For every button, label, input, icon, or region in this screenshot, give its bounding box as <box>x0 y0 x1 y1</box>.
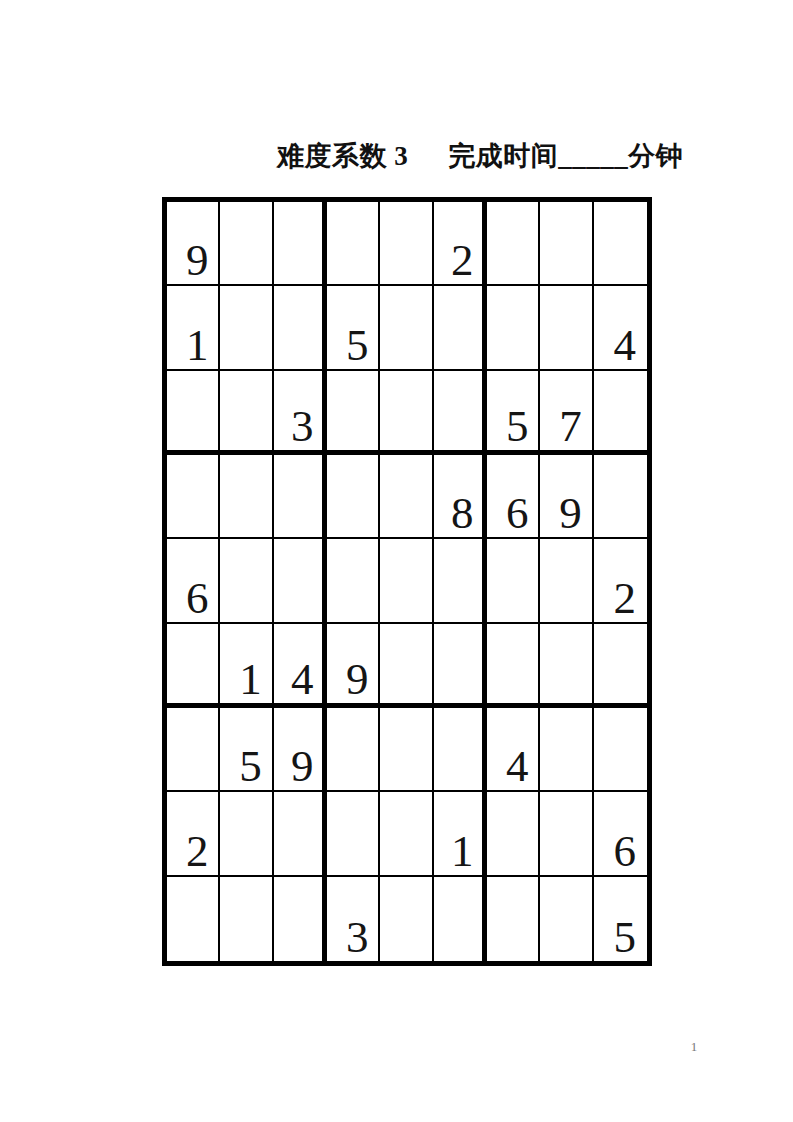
cell-r4c4[interactable] <box>327 455 380 539</box>
cell-r2c8[interactable] <box>540 286 593 370</box>
sudoku-grid: 921543578696214959421635 <box>162 197 652 966</box>
cell-r6c1[interactable] <box>167 624 220 708</box>
cell-r6c2: 1 <box>220 624 273 708</box>
page-number: 1 <box>687 1039 701 1055</box>
cell-r9c7[interactable] <box>487 877 540 961</box>
cell-r2c1: 1 <box>167 286 220 370</box>
cell-r9c2[interactable] <box>220 877 273 961</box>
cell-r1c4[interactable] <box>327 202 380 286</box>
cell-r7c2: 5 <box>220 708 273 792</box>
cell-r3c5[interactable] <box>380 371 433 455</box>
cell-r2c2[interactable] <box>220 286 273 370</box>
cell-r9c5[interactable] <box>380 877 433 961</box>
cell-r4c5[interactable] <box>380 455 433 539</box>
cell-r3c9[interactable] <box>594 371 647 455</box>
cell-r3c2[interactable] <box>220 371 273 455</box>
cell-r7c7: 4 <box>487 708 540 792</box>
cell-r6c5[interactable] <box>380 624 433 708</box>
cell-r5c4[interactable] <box>327 539 380 623</box>
cell-r6c7[interactable] <box>487 624 540 708</box>
cell-r4c9[interactable] <box>594 455 647 539</box>
cell-r1c9[interactable] <box>594 202 647 286</box>
cell-r4c3[interactable] <box>274 455 327 539</box>
cell-r8c8[interactable] <box>540 792 593 876</box>
cell-r3c8: 7 <box>540 371 593 455</box>
cell-r6c6[interactable] <box>434 624 487 708</box>
cell-r6c8[interactable] <box>540 624 593 708</box>
cell-r9c4: 3 <box>327 877 380 961</box>
cell-r7c6[interactable] <box>434 708 487 792</box>
cell-r4c1[interactable] <box>167 455 220 539</box>
cell-r6c9[interactable] <box>594 624 647 708</box>
cell-r8c6: 1 <box>434 792 487 876</box>
cell-r3c4[interactable] <box>327 371 380 455</box>
difficulty-label: 难度系数 3 <box>277 140 408 172</box>
cell-r8c9: 6 <box>594 792 647 876</box>
cell-r7c8[interactable] <box>540 708 593 792</box>
cell-r3c7: 5 <box>487 371 540 455</box>
cell-r4c2[interactable] <box>220 455 273 539</box>
cell-r8c4[interactable] <box>327 792 380 876</box>
cell-r8c1: 2 <box>167 792 220 876</box>
cell-r3c3: 3 <box>274 371 327 455</box>
cell-r8c2[interactable] <box>220 792 273 876</box>
cell-r9c1[interactable] <box>167 877 220 961</box>
cell-r5c1: 6 <box>167 539 220 623</box>
cell-r7c9[interactable] <box>594 708 647 792</box>
cell-r1c6: 2 <box>434 202 487 286</box>
cell-r8c3[interactable] <box>274 792 327 876</box>
cell-r2c5[interactable] <box>380 286 433 370</box>
cell-r5c8[interactable] <box>540 539 593 623</box>
cell-r7c5[interactable] <box>380 708 433 792</box>
cell-r4c6: 8 <box>434 455 487 539</box>
cell-r8c7[interactable] <box>487 792 540 876</box>
cell-r9c9: 5 <box>594 877 647 961</box>
cell-r8c5[interactable] <box>380 792 433 876</box>
cell-r7c1[interactable] <box>167 708 220 792</box>
cell-r7c4[interactable] <box>327 708 380 792</box>
cell-r2c7[interactable] <box>487 286 540 370</box>
cell-r3c6[interactable] <box>434 371 487 455</box>
cell-r2c3[interactable] <box>274 286 327 370</box>
cell-r6c4: 9 <box>327 624 380 708</box>
cell-r9c6[interactable] <box>434 877 487 961</box>
cell-r1c1: 9 <box>167 202 220 286</box>
worksheet-page: 难度系数 3完成时间_____分钟 9215435786962149594216… <box>0 0 793 1122</box>
cell-r5c3[interactable] <box>274 539 327 623</box>
page-title: 难度系数 3完成时间_____分钟 <box>277 140 683 172</box>
cell-r6c3: 4 <box>274 624 327 708</box>
cell-r1c5[interactable] <box>380 202 433 286</box>
cell-r5c7[interactable] <box>487 539 540 623</box>
cell-r4c8: 9 <box>540 455 593 539</box>
cell-r9c8[interactable] <box>540 877 593 961</box>
cell-r3c1[interactable] <box>167 371 220 455</box>
cell-r5c9: 2 <box>594 539 647 623</box>
cell-r9c3[interactable] <box>274 877 327 961</box>
cell-r7c3: 9 <box>274 708 327 792</box>
cell-r2c6[interactable] <box>434 286 487 370</box>
cell-r5c2[interactable] <box>220 539 273 623</box>
cell-r1c8[interactable] <box>540 202 593 286</box>
cell-r1c2[interactable] <box>220 202 273 286</box>
cell-r4c7: 6 <box>487 455 540 539</box>
cell-r2c9: 4 <box>594 286 647 370</box>
cell-r2c4: 5 <box>327 286 380 370</box>
completion-time-label: 完成时间_____分钟 <box>448 140 683 172</box>
cell-r1c3[interactable] <box>274 202 327 286</box>
cell-r1c7[interactable] <box>487 202 540 286</box>
cell-r5c6[interactable] <box>434 539 487 623</box>
cell-r5c5[interactable] <box>380 539 433 623</box>
